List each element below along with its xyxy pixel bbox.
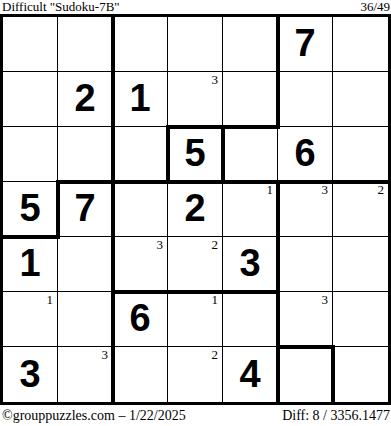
- cell-r6c4[interactable]: 1: [168, 292, 223, 347]
- given-digit: 4: [239, 355, 260, 393]
- given-digit: 5: [184, 134, 205, 172]
- cell-r2c4[interactable]: 3: [168, 72, 223, 127]
- region-border-segment: [276, 70, 280, 129]
- cell-r6c7[interactable]: [333, 292, 388, 347]
- cell-r6c1[interactable]: 1: [3, 292, 58, 347]
- cell-r3c1[interactable]: [3, 127, 58, 182]
- region-border-segment: [221, 290, 280, 294]
- cell-r5c6[interactable]: [278, 237, 333, 292]
- given-digit: 3: [239, 244, 260, 282]
- cell-r5c2[interactable]: [58, 237, 113, 292]
- cell-r7c2[interactable]: 3: [58, 347, 113, 402]
- difficulty-label: Diff: 8 / 3356.1477: [282, 407, 390, 424]
- region-border-segment: [276, 15, 280, 74]
- corner-mark: 1: [267, 182, 274, 197]
- cell-r2c3: 1: [113, 72, 168, 127]
- region-border-segment: [111, 290, 115, 349]
- cell-r3c7[interactable]: [333, 127, 388, 182]
- region-border-segment: [111, 15, 115, 74]
- cell-r1c1[interactable]: [3, 17, 58, 72]
- cell-r1c6: 7: [278, 17, 333, 72]
- region-border-segment: [276, 180, 280, 239]
- cell-r2c1[interactable]: [3, 72, 58, 127]
- given-digit: 1: [129, 79, 150, 117]
- region-border-segment: [1, 235, 60, 239]
- region-border-segment: [276, 180, 335, 184]
- region-border-segment: [221, 125, 225, 184]
- cell-r3c2[interactable]: [58, 127, 113, 182]
- corner-mark: 1: [47, 292, 54, 307]
- sudoku-board: 721356572132132316133324: [0, 14, 391, 405]
- cell-r1c4[interactable]: [168, 17, 223, 72]
- cell-r4c6[interactable]: 3: [278, 182, 333, 237]
- region-border-segment: [111, 290, 170, 294]
- cell-r3c5[interactable]: [223, 127, 278, 182]
- region-border-segment: [111, 70, 115, 129]
- cell-r2c6[interactable]: [278, 72, 333, 127]
- cell-r1c2[interactable]: [58, 17, 113, 72]
- cell-r5c3[interactable]: 3: [113, 237, 168, 292]
- corner-mark: 3: [322, 292, 329, 307]
- region-border-segment: [166, 290, 225, 294]
- cell-r5c1: 1: [3, 237, 58, 292]
- given-digit: 5: [19, 189, 40, 227]
- given-digit: 6: [294, 134, 315, 172]
- given-digit: 2: [74, 79, 95, 117]
- region-border-segment: [111, 235, 115, 294]
- cell-r4c4: 2: [168, 182, 223, 237]
- region-border-segment: [221, 180, 280, 184]
- cell-r3c3[interactable]: [113, 127, 168, 182]
- cell-r3c6: 6: [278, 127, 333, 182]
- cell-r4c2: 7: [58, 182, 113, 237]
- cell-r7c1: 3: [3, 347, 58, 402]
- cell-r2c7[interactable]: [333, 72, 388, 127]
- region-border-segment: [166, 125, 225, 129]
- region-border-segment: [331, 345, 335, 404]
- cell-r1c7[interactable]: [333, 17, 388, 72]
- region-border-segment: [276, 290, 280, 349]
- corner-mark: 3: [322, 182, 329, 197]
- cell-r4c7[interactable]: 2: [333, 182, 388, 237]
- corner-mark: 2: [212, 237, 219, 252]
- corner-mark: 3: [212, 72, 219, 87]
- cell-r2c2: 2: [58, 72, 113, 127]
- corner-mark: 3: [157, 237, 164, 252]
- cell-r7c3[interactable]: [113, 347, 168, 402]
- corner-mark: 3: [102, 347, 109, 362]
- cell-r6c5[interactable]: [223, 292, 278, 347]
- cell-r2c5[interactable]: [223, 72, 278, 127]
- corner-mark: 2: [212, 347, 219, 362]
- region-border-segment: [111, 125, 115, 184]
- corner-mark: 1: [212, 292, 219, 307]
- region-border-segment: [56, 180, 115, 184]
- cell-r5c4[interactable]: 2: [168, 237, 223, 292]
- given-digit: 7: [74, 189, 95, 227]
- region-border-segment: [111, 180, 115, 239]
- cell-r1c3[interactable]: [113, 17, 168, 72]
- given-digit: 7: [294, 24, 315, 62]
- given-digit: 3: [19, 355, 40, 393]
- region-border-segment: [276, 345, 280, 404]
- page-title: Difficult "Sudoku-7B": [2, 0, 120, 14]
- cell-r4c3[interactable]: [113, 182, 168, 237]
- region-border-segment: [111, 345, 115, 404]
- cell-r4c1: 5: [3, 182, 58, 237]
- cell-r7c7[interactable]: [333, 347, 388, 402]
- given-digit: 6: [129, 299, 150, 337]
- region-border-segment: [166, 180, 225, 184]
- given-digit: 1: [19, 244, 40, 282]
- region-border-segment: [331, 180, 390, 184]
- region-border-segment: [166, 125, 170, 184]
- region-border-segment: [276, 345, 335, 349]
- cell-r1c5[interactable]: [223, 17, 278, 72]
- cell-r5c7[interactable]: [333, 237, 388, 292]
- region-border-segment: [221, 125, 280, 129]
- cell-r4c5[interactable]: 1: [223, 182, 278, 237]
- cell-r5c5: 3: [223, 237, 278, 292]
- cell-r7c4[interactable]: 2: [168, 347, 223, 402]
- corner-mark: 2: [378, 182, 385, 197]
- region-border-segment: [111, 180, 170, 184]
- cell-r6c3: 6: [113, 292, 168, 347]
- empty-cells-counter: 36/49: [360, 0, 390, 14]
- cell-r3c4: 5: [168, 127, 223, 182]
- copyright-date: ©grouppuzzles.com – 1/22/2025: [2, 407, 186, 424]
- given-digit: 2: [184, 189, 205, 227]
- cell-r7c6[interactable]: [278, 347, 333, 402]
- cell-r7c5: 4: [223, 347, 278, 402]
- cell-r6c6[interactable]: 3: [278, 292, 333, 347]
- region-border-segment: [56, 180, 60, 239]
- cell-r6c2[interactable]: [58, 292, 113, 347]
- region-border-segment: [276, 235, 280, 294]
